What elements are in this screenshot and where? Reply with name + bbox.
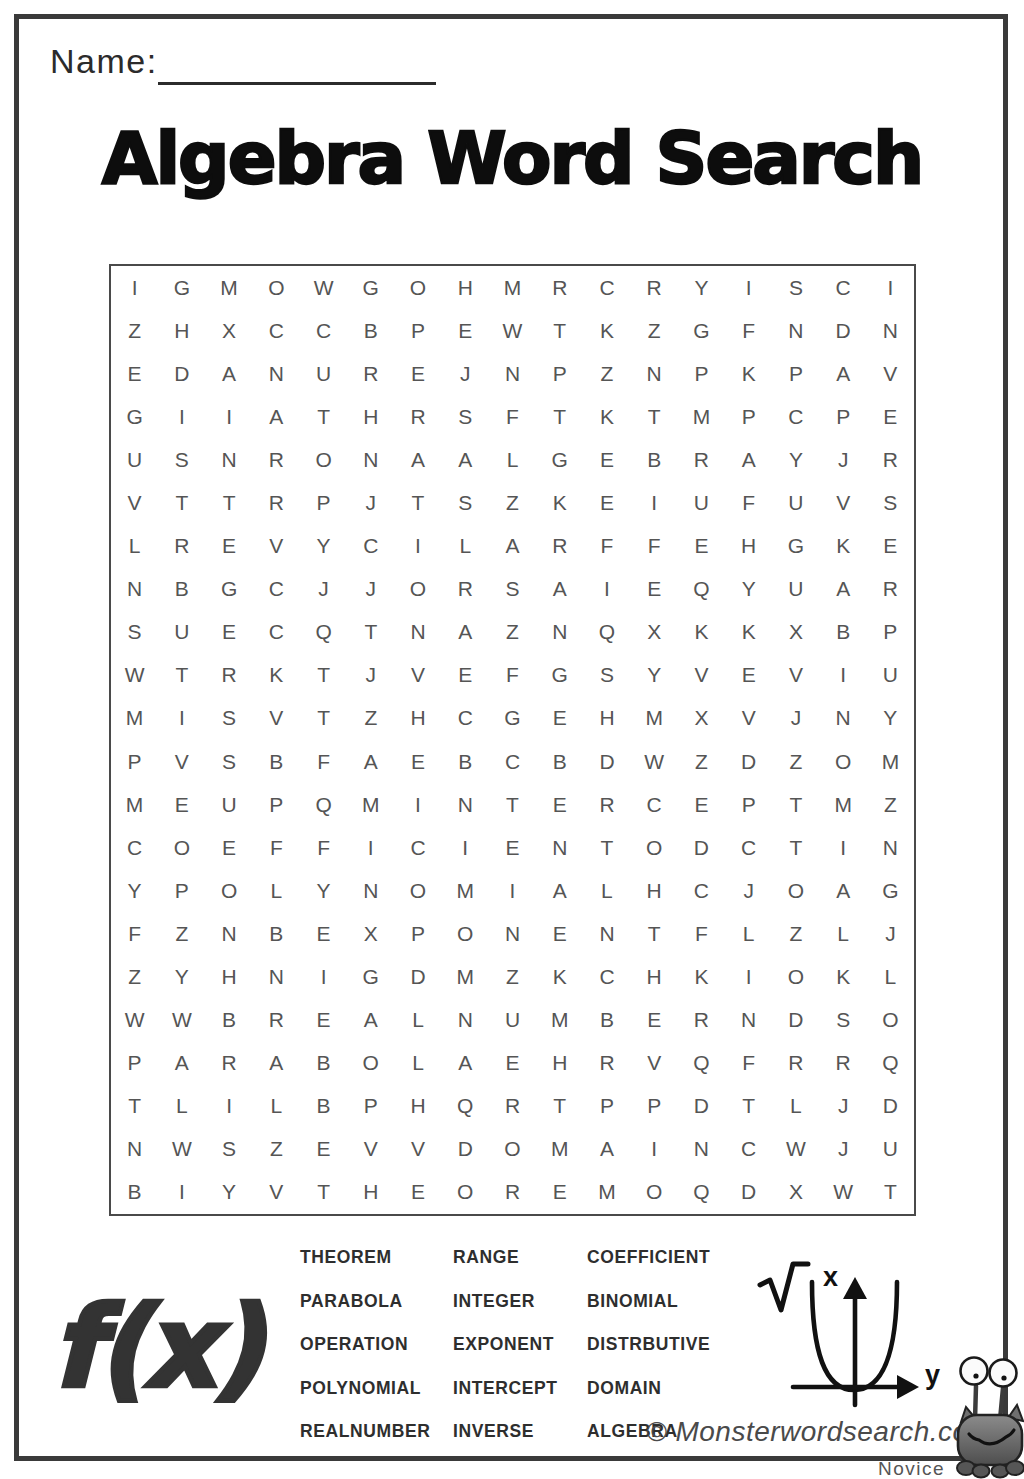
- grid-cell: O: [158, 826, 205, 869]
- worksheet-page: { "game": "word-search", "title": "Algeb…: [0, 0, 1024, 1479]
- grid-cell: O: [205, 869, 252, 912]
- grid-cell: B: [536, 740, 583, 783]
- grid-cell: E: [111, 352, 158, 395]
- grid-cell: O: [820, 740, 867, 783]
- grid-cell: U: [489, 999, 536, 1042]
- grid-cell: I: [725, 955, 772, 998]
- grid-cell: W: [772, 1128, 819, 1171]
- grid-cell: O: [347, 1042, 394, 1085]
- grid-cell: Q: [442, 1085, 489, 1128]
- grid-cell: I: [300, 955, 347, 998]
- grid-cell: T: [772, 783, 819, 826]
- grid-cell: U: [111, 438, 158, 481]
- grid-cell: Z: [772, 912, 819, 955]
- grid-cell: H: [205, 955, 252, 998]
- grid-cell: L: [583, 869, 630, 912]
- grid-cell: A: [253, 1042, 300, 1085]
- grid-cell: F: [300, 740, 347, 783]
- word-list-column: RANGEINTEGEREXPONENTINTERCEPTINVERSE: [453, 1236, 587, 1454]
- grid-cell: A: [820, 352, 867, 395]
- grid-cell: H: [631, 955, 678, 998]
- grid-cell: T: [300, 395, 347, 438]
- grid-cell: V: [725, 697, 772, 740]
- grid-cell: P: [678, 352, 725, 395]
- grid-cell: C: [583, 266, 630, 309]
- grid-cell: H: [347, 1171, 394, 1214]
- grid-cell: I: [820, 826, 867, 869]
- grid-cell: I: [205, 395, 252, 438]
- grid-cell: Z: [347, 697, 394, 740]
- grid-cell: R: [678, 999, 725, 1042]
- grid-cell: Z: [489, 611, 536, 654]
- grid-cell: K: [536, 955, 583, 998]
- grid-cell: I: [111, 266, 158, 309]
- fx-graphic: f(x): [52, 1272, 259, 1422]
- grid-cell: N: [583, 912, 630, 955]
- grid-cell: S: [158, 438, 205, 481]
- grid-cell: K: [725, 611, 772, 654]
- name-label: Name:: [50, 42, 158, 80]
- grid-cell: E: [867, 525, 914, 568]
- grid-cell: V: [111, 481, 158, 524]
- grid-cell: P: [631, 1085, 678, 1128]
- grid-cell: V: [678, 654, 725, 697]
- grid-cell: P: [347, 1085, 394, 1128]
- grid-cell: X: [631, 611, 678, 654]
- grid-cell: S: [442, 481, 489, 524]
- grid-cell: K: [536, 481, 583, 524]
- grid-cell: L: [489, 438, 536, 481]
- grid-cell: Y: [111, 869, 158, 912]
- grid-cell: E: [536, 697, 583, 740]
- grid-cell: S: [205, 697, 252, 740]
- grid-cell: H: [631, 869, 678, 912]
- grid-cell: Z: [772, 740, 819, 783]
- grid-cell: Y: [158, 955, 205, 998]
- grid-cell: C: [253, 568, 300, 611]
- grid-cell: T: [772, 826, 819, 869]
- grid-cell: P: [111, 740, 158, 783]
- grid-cell: R: [583, 1042, 630, 1085]
- grid-cell: M: [111, 697, 158, 740]
- grid-cell: I: [489, 869, 536, 912]
- word-list-item: PARABOLA: [300, 1280, 453, 1324]
- grid-cell: T: [300, 654, 347, 697]
- grid-cell: T: [536, 395, 583, 438]
- grid-cell: L: [158, 1085, 205, 1128]
- grid-cell: X: [772, 611, 819, 654]
- name-blank-line: [158, 82, 436, 85]
- grid-cell: J: [820, 1128, 867, 1171]
- grid-cell: N: [631, 352, 678, 395]
- grid-cell: C: [678, 869, 725, 912]
- grid-cell: P: [394, 912, 441, 955]
- grid-cell: C: [772, 395, 819, 438]
- grid-cell: T: [347, 611, 394, 654]
- grid-cell: L: [253, 1085, 300, 1128]
- grid-cell: Q: [867, 1042, 914, 1085]
- grid-cell: F: [489, 654, 536, 697]
- grid-cell: U: [772, 481, 819, 524]
- grid-cell: L: [867, 955, 914, 998]
- grid-cell: I: [158, 697, 205, 740]
- grid-cell: E: [536, 912, 583, 955]
- grid-cell: A: [253, 395, 300, 438]
- grid-cell: F: [253, 826, 300, 869]
- grid-cell: R: [205, 1042, 252, 1085]
- grid-cell: M: [678, 395, 725, 438]
- grid-cell: O: [394, 869, 441, 912]
- grid-cell: H: [158, 309, 205, 352]
- sqrt-icon: [760, 1264, 808, 1310]
- grid-cell: X: [772, 1171, 819, 1214]
- grid-cell: N: [489, 352, 536, 395]
- grid-cell: H: [536, 1042, 583, 1085]
- grid-cell: W: [158, 999, 205, 1042]
- grid-cell: Y: [631, 654, 678, 697]
- grid-cell: K: [583, 395, 630, 438]
- grid-cell: K: [678, 955, 725, 998]
- grid-cell: Y: [205, 1171, 252, 1214]
- grid-cell: J: [347, 481, 394, 524]
- grid-cell: R: [820, 1042, 867, 1085]
- grid-cell: Y: [725, 568, 772, 611]
- word-list-item: POLYNOMIAL: [300, 1367, 453, 1411]
- grid-cell: C: [300, 309, 347, 352]
- grid-cell: D: [820, 309, 867, 352]
- grid-cell: C: [631, 783, 678, 826]
- grid-cell: I: [347, 826, 394, 869]
- grid-cell: J: [772, 697, 819, 740]
- grid-cell: F: [678, 912, 725, 955]
- grid-cell: O: [253, 266, 300, 309]
- grid-cell: P: [583, 1085, 630, 1128]
- word-list-item: INTEGER: [453, 1280, 587, 1324]
- grid-cell: E: [583, 438, 630, 481]
- grid-cell: E: [442, 309, 489, 352]
- grid-cell: M: [820, 783, 867, 826]
- grid-cell: D: [867, 1085, 914, 1128]
- grid-cell: S: [205, 1128, 252, 1171]
- grid-cell: N: [111, 1128, 158, 1171]
- grid-cell: O: [300, 438, 347, 481]
- grid-cell: L: [253, 869, 300, 912]
- grid-cell: G: [536, 438, 583, 481]
- grid-cell: E: [158, 783, 205, 826]
- grid-cell: E: [300, 912, 347, 955]
- grid-cell: J: [820, 1085, 867, 1128]
- grid-cell: E: [205, 826, 252, 869]
- grid-cell: S: [820, 999, 867, 1042]
- grid-cell: I: [205, 1085, 252, 1128]
- grid-cell: K: [725, 352, 772, 395]
- grid-cell: A: [536, 869, 583, 912]
- grid-cell: A: [725, 438, 772, 481]
- grid-cell: Q: [678, 1042, 725, 1085]
- grid-cell: E: [631, 999, 678, 1042]
- grid-cell: Z: [631, 309, 678, 352]
- grid-cell: P: [300, 481, 347, 524]
- grid-cell: V: [253, 697, 300, 740]
- grid-cell: R: [347, 352, 394, 395]
- grid-cell: P: [725, 395, 772, 438]
- grid-cell: P: [772, 352, 819, 395]
- grid-cell: M: [536, 1128, 583, 1171]
- grid-cell: A: [158, 1042, 205, 1085]
- grid-cell: B: [253, 740, 300, 783]
- grid-cell: F: [631, 525, 678, 568]
- grid-cell: J: [347, 654, 394, 697]
- grid-cell: C: [394, 826, 441, 869]
- grid-cell: P: [867, 611, 914, 654]
- word-list-item: INTERCEPT: [453, 1367, 587, 1411]
- grid-cell: T: [158, 654, 205, 697]
- grid-cell: Q: [300, 783, 347, 826]
- grid-cell: N: [867, 309, 914, 352]
- grid-cell: T: [631, 912, 678, 955]
- vertical-axis-arrowhead: [843, 1277, 867, 1299]
- grid-cell: R: [489, 1085, 536, 1128]
- grid-cell: A: [583, 1128, 630, 1171]
- grid-cell: Y: [300, 869, 347, 912]
- grid-cell: C: [820, 266, 867, 309]
- grid-cell: N: [725, 999, 772, 1042]
- grid-cell: S: [489, 568, 536, 611]
- word-list-item: OPERATION: [300, 1323, 453, 1367]
- grid-cell: W: [489, 309, 536, 352]
- page-title: Algebra Word Search: [0, 108, 1024, 208]
- grid-cell: I: [158, 1171, 205, 1214]
- grid-cell: N: [347, 438, 394, 481]
- grid-cell: C: [489, 740, 536, 783]
- grid-cell: E: [394, 352, 441, 395]
- grid-cell: B: [205, 999, 252, 1042]
- grid-cell: G: [347, 955, 394, 998]
- grid-cell: K: [678, 611, 725, 654]
- monster-body: [958, 1415, 1022, 1465]
- grid-cell: G: [489, 697, 536, 740]
- grid-cell: I: [394, 783, 441, 826]
- grid-cell: F: [725, 309, 772, 352]
- grid-cell: G: [678, 309, 725, 352]
- grid-cell: V: [158, 740, 205, 783]
- grid-cell: G: [772, 525, 819, 568]
- grid-cell: O: [631, 1171, 678, 1214]
- grid-cell: R: [158, 525, 205, 568]
- grid-cell: Z: [583, 352, 630, 395]
- grid-cell: R: [867, 438, 914, 481]
- grid-cell: T: [158, 481, 205, 524]
- grid-cell: T: [536, 1085, 583, 1128]
- word-list-item: REALNUMBER: [300, 1410, 453, 1454]
- grid-cell: E: [394, 740, 441, 783]
- grid-cell: D: [725, 1171, 772, 1214]
- grid-cell: F: [111, 912, 158, 955]
- grid-cell: A: [442, 611, 489, 654]
- grid-cell: T: [583, 826, 630, 869]
- grid-cell: A: [489, 525, 536, 568]
- grid-cell: F: [725, 481, 772, 524]
- grid-cell: E: [489, 826, 536, 869]
- grid-cell: X: [347, 912, 394, 955]
- grid-cell: E: [678, 783, 725, 826]
- grid-cell: A: [347, 740, 394, 783]
- grid-cell: Q: [583, 611, 630, 654]
- grid-cell: Z: [111, 309, 158, 352]
- grid-cell: B: [631, 438, 678, 481]
- grid-cell: M: [205, 266, 252, 309]
- grid-cell: V: [772, 654, 819, 697]
- grid-cell: Q: [678, 568, 725, 611]
- grid-cell: W: [300, 266, 347, 309]
- grid-cell: O: [394, 568, 441, 611]
- grid-cell: O: [867, 999, 914, 1042]
- grid-cell: V: [253, 1171, 300, 1214]
- grid-cell: T: [205, 481, 252, 524]
- grid-cell: Q: [300, 611, 347, 654]
- grid-cell: H: [442, 266, 489, 309]
- grid-cell: U: [867, 1128, 914, 1171]
- grid-cell: N: [536, 826, 583, 869]
- grid-cell: U: [158, 611, 205, 654]
- grid-cell: P: [536, 352, 583, 395]
- axis-label-x: x: [823, 1262, 838, 1292]
- grid-cell: L: [394, 1042, 441, 1085]
- grid-cell: V: [347, 1128, 394, 1171]
- grid-cell: U: [772, 568, 819, 611]
- grid-cell: R: [253, 481, 300, 524]
- grid-cell: G: [158, 266, 205, 309]
- grid-cell: A: [394, 438, 441, 481]
- grid-cell: V: [394, 654, 441, 697]
- grid-cell: L: [394, 999, 441, 1042]
- grid-cell: W: [111, 999, 158, 1042]
- grid-cell: I: [631, 1128, 678, 1171]
- grid-cell: I: [631, 481, 678, 524]
- grid-cell: C: [253, 309, 300, 352]
- grid-cell: K: [253, 654, 300, 697]
- grid-cell: E: [867, 395, 914, 438]
- word-list-item: EXPONENT: [453, 1323, 587, 1367]
- grid-cell: D: [583, 740, 630, 783]
- grid-cell: N: [772, 309, 819, 352]
- grid-cell: S: [205, 740, 252, 783]
- grid-cell: K: [583, 309, 630, 352]
- grid-cell: V: [253, 525, 300, 568]
- grid-cell: T: [489, 783, 536, 826]
- grid-cell: G: [111, 395, 158, 438]
- grid-cell: E: [300, 999, 347, 1042]
- grid-cell: N: [820, 697, 867, 740]
- grid-cell: L: [442, 525, 489, 568]
- grid-cell: C: [442, 697, 489, 740]
- grid-cell: N: [867, 826, 914, 869]
- grid-cell: U: [205, 783, 252, 826]
- grid-cell: E: [536, 783, 583, 826]
- grid-cell: E: [583, 481, 630, 524]
- monster-mascot: [948, 1346, 1024, 1479]
- grid-cell: L: [820, 912, 867, 955]
- grid-cell: H: [583, 697, 630, 740]
- grid-cell: R: [205, 654, 252, 697]
- word-list-item: RANGE: [453, 1236, 587, 1280]
- grid-cell: V: [820, 481, 867, 524]
- difficulty-label: Novice: [878, 1458, 945, 1479]
- grid-cell: D: [442, 1128, 489, 1171]
- grid-cell: K: [820, 525, 867, 568]
- grid-cell: I: [158, 395, 205, 438]
- grid-cell: E: [442, 654, 489, 697]
- grid-cell: Z: [678, 740, 725, 783]
- grid-cell: S: [867, 481, 914, 524]
- grid-cell: J: [725, 869, 772, 912]
- grid-cell: T: [867, 1171, 914, 1214]
- grid-cell: N: [489, 912, 536, 955]
- grid-cell: B: [583, 999, 630, 1042]
- grid-cell: L: [725, 912, 772, 955]
- grid-cell: N: [442, 999, 489, 1042]
- grid-cell: B: [347, 309, 394, 352]
- grid-cell: Y: [300, 525, 347, 568]
- grid-cell: D: [772, 999, 819, 1042]
- grid-cell: B: [820, 611, 867, 654]
- grid-cell: N: [253, 352, 300, 395]
- grid-cell: T: [111, 1085, 158, 1128]
- grid-cell: A: [820, 869, 867, 912]
- grid-cell: A: [205, 352, 252, 395]
- grid-cell: G: [205, 568, 252, 611]
- grid-cell: V: [631, 1042, 678, 1085]
- grid-cell: F: [489, 395, 536, 438]
- horizontal-axis-arrowhead: [897, 1375, 919, 1399]
- grid-cell: I: [583, 568, 630, 611]
- grid-cell: U: [300, 352, 347, 395]
- grid-cell: H: [347, 395, 394, 438]
- grid-cell: O: [489, 1128, 536, 1171]
- grid-cell: I: [867, 266, 914, 309]
- grid-cell: T: [394, 481, 441, 524]
- grid-cell: O: [772, 955, 819, 998]
- grid-cell: X: [205, 309, 252, 352]
- grid-cell: Y: [867, 697, 914, 740]
- grid-cell: V: [394, 1128, 441, 1171]
- grid-cell: S: [442, 395, 489, 438]
- grid-cell: W: [158, 1128, 205, 1171]
- grid-cell: E: [205, 611, 252, 654]
- grid-cell: Z: [253, 1128, 300, 1171]
- grid-cell: R: [678, 438, 725, 481]
- grid-cell: B: [300, 1085, 347, 1128]
- grid-cell: N: [678, 1128, 725, 1171]
- grid-cell: D: [394, 955, 441, 998]
- grid-cell: E: [394, 1171, 441, 1214]
- grid-cell: M: [347, 783, 394, 826]
- grid-cell: F: [725, 1042, 772, 1085]
- grid-cell: I: [820, 654, 867, 697]
- grid-cell: S: [772, 266, 819, 309]
- grid-cell: H: [394, 697, 441, 740]
- grid-cell: P: [725, 783, 772, 826]
- grid-cell: B: [111, 1171, 158, 1214]
- grid-cell: O: [394, 266, 441, 309]
- grid-cell: R: [536, 266, 583, 309]
- grid-cell: A: [442, 438, 489, 481]
- grid-cell: F: [300, 826, 347, 869]
- grid-cell: C: [111, 826, 158, 869]
- grid-cell: J: [300, 568, 347, 611]
- grid-cell: J: [347, 568, 394, 611]
- grid-cell: T: [300, 1171, 347, 1214]
